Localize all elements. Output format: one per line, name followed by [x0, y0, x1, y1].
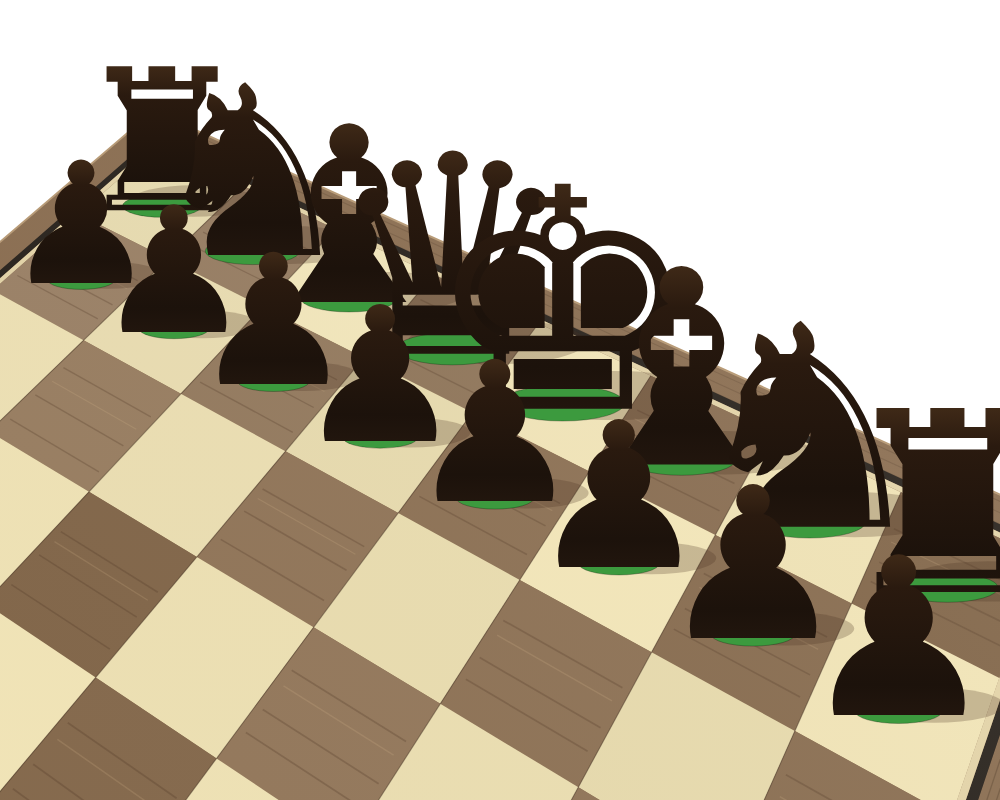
chess-photo-scene: ♜♞♟♝♟♛♟♚♟♝♟♞♟♜♟♟	[0, 0, 1000, 800]
piece-black-pawn-h7[interactable]: ♟	[800, 511, 1000, 767]
piece-glyph-pawn: ♟	[800, 511, 997, 767]
chess-board: ♜♞♟♝♟♛♟♚♟♝♟♞♟♜♟♟	[0, 0, 1000, 800]
